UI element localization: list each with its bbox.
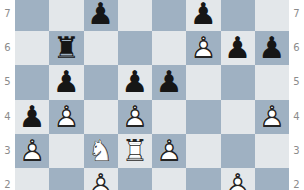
piece-outline-glyph: ♖: [121, 136, 148, 166]
piece-black-rook[interactable]: ♜: [49, 31, 83, 65]
square-g7[interactable]: [221, 0, 255, 31]
piece-white-pawn[interactable]: ♟♙: [15, 134, 49, 168]
square-d3[interactable]: ♜♖: [118, 134, 152, 168]
square-e5[interactable]: ♟: [152, 65, 186, 99]
rank-labels-left: 765432: [0, 0, 15, 190]
piece-white-pawn[interactable]: ♟♙: [152, 134, 186, 168]
square-a6[interactable]: [15, 31, 49, 65]
square-d6[interactable]: [118, 31, 152, 65]
square-f2[interactable]: [186, 168, 220, 190]
piece-black-pawn[interactable]: ♟: [15, 100, 49, 134]
rank-label-right-5: 5: [289, 76, 304, 88]
square-d2[interactable]: [118, 168, 152, 190]
square-d5[interactable]: ♟: [118, 65, 152, 99]
square-a4[interactable]: ♟: [15, 100, 49, 134]
rank-label-left-4: 4: [0, 111, 15, 123]
piece-fill-glyph: ♟: [87, 0, 114, 29]
square-g6[interactable]: ♟: [221, 31, 255, 65]
piece-black-pawn[interactable]: ♟: [255, 31, 289, 65]
square-g2[interactable]: ♟♙: [221, 168, 255, 190]
rank-label-left-3: 3: [0, 145, 15, 157]
square-b4[interactable]: ♟♙: [49, 100, 83, 134]
square-h5[interactable]: [255, 65, 289, 99]
square-c4[interactable]: [84, 100, 118, 134]
square-c2[interactable]: ♟♙: [84, 168, 118, 190]
rank-label-right-4: 4: [289, 111, 304, 123]
square-f5[interactable]: [186, 65, 220, 99]
piece-black-pawn[interactable]: ♟: [221, 31, 255, 65]
piece-white-pawn[interactable]: ♟♙: [84, 168, 118, 190]
square-e4[interactable]: [152, 100, 186, 134]
rank-label-left-2: 2: [0, 179, 15, 190]
piece-white-rook[interactable]: ♜♖: [118, 134, 152, 168]
piece-outline-glyph: ♙: [258, 102, 285, 132]
square-a3[interactable]: ♟♙: [15, 134, 49, 168]
piece-white-knight[interactable]: ♞♘: [84, 134, 118, 168]
piece-outline-glyph: ♙: [121, 102, 148, 132]
square-f6[interactable]: ♟♙: [186, 31, 220, 65]
piece-outline-glyph: ♙: [190, 33, 217, 63]
square-e3[interactable]: ♟♙: [152, 134, 186, 168]
rank-label-left-7: 7: [0, 8, 15, 20]
piece-white-pawn[interactable]: ♟♙: [49, 100, 83, 134]
piece-outline-glyph: ♙: [53, 102, 80, 132]
rank-label-left-5: 5: [0, 76, 15, 88]
piece-fill-glyph: ♟: [53, 67, 80, 97]
square-a7[interactable]: [15, 0, 49, 31]
square-a5[interactable]: [15, 65, 49, 99]
square-c6[interactable]: [84, 31, 118, 65]
square-h7[interactable]: [255, 0, 289, 31]
square-g3[interactable]: [221, 134, 255, 168]
square-b2[interactable]: [49, 168, 83, 190]
piece-outline-glyph: ♙: [87, 170, 114, 190]
piece-fill-glyph: ♟: [156, 67, 183, 97]
square-h2[interactable]: [255, 168, 289, 190]
square-f4[interactable]: [186, 100, 220, 134]
square-h3[interactable]: [255, 134, 289, 168]
piece-fill-glyph: ♟: [224, 33, 251, 63]
square-a2[interactable]: [15, 168, 49, 190]
square-c5[interactable]: [84, 65, 118, 99]
square-e6[interactable]: [152, 31, 186, 65]
piece-white-pawn[interactable]: ♟♙: [255, 100, 289, 134]
piece-outline-glyph: ♙: [19, 136, 46, 166]
square-d7[interactable]: [118, 0, 152, 31]
square-h4[interactable]: ♟♙: [255, 100, 289, 134]
piece-black-pawn[interactable]: ♟: [118, 65, 152, 99]
chess-diagram: ♟♟♜♟♙♟♟♟♟♟♟♟♙♟♙♟♙♟♙♞♘♜♖♟♙♟♙♟♙ 765432 765…: [0, 0, 304, 190]
piece-black-pawn[interactable]: ♟: [84, 0, 118, 31]
piece-black-pawn[interactable]: ♟: [49, 65, 83, 99]
square-g4[interactable]: [221, 100, 255, 134]
piece-white-pawn[interactable]: ♟♙: [118, 100, 152, 134]
square-b6[interactable]: ♜: [49, 31, 83, 65]
rank-label-right-2: 2: [289, 179, 304, 190]
chess-board: ♟♟♜♟♙♟♟♟♟♟♟♟♙♟♙♟♙♟♙♞♘♜♖♟♙♟♙♟♙: [15, 0, 289, 190]
square-h6[interactable]: ♟: [255, 31, 289, 65]
piece-fill-glyph: ♜: [53, 33, 80, 63]
piece-fill-glyph: ♟: [121, 67, 148, 97]
square-f7[interactable]: ♟: [186, 0, 220, 31]
rank-label-right-6: 6: [289, 42, 304, 54]
square-b7[interactable]: [49, 0, 83, 31]
rank-label-right-3: 3: [289, 145, 304, 157]
piece-outline-glyph: ♙: [156, 136, 183, 166]
rank-label-right-7: 7: [289, 8, 304, 20]
square-g5[interactable]: [221, 65, 255, 99]
piece-white-pawn[interactable]: ♟♙: [221, 168, 255, 190]
square-d4[interactable]: ♟♙: [118, 100, 152, 134]
piece-black-pawn[interactable]: ♟: [186, 0, 220, 31]
piece-fill-glyph: ♟: [258, 33, 285, 63]
piece-outline-glyph: ♘: [87, 136, 114, 166]
piece-fill-glyph: ♟: [190, 0, 217, 29]
square-e2[interactable]: [152, 168, 186, 190]
square-b5[interactable]: ♟: [49, 65, 83, 99]
piece-black-pawn[interactable]: ♟: [152, 65, 186, 99]
square-c7[interactable]: ♟: [84, 0, 118, 31]
rank-labels-right: 765432: [289, 0, 304, 190]
square-c3[interactable]: ♞♘: [84, 134, 118, 168]
piece-fill-glyph: ♟: [19, 102, 46, 132]
piece-outline-glyph: ♙: [224, 170, 251, 190]
square-e7[interactable]: [152, 0, 186, 31]
square-b3[interactable]: [49, 134, 83, 168]
square-f3[interactable]: [186, 134, 220, 168]
rank-label-left-6: 6: [0, 42, 15, 54]
piece-white-pawn[interactable]: ♟♙: [186, 31, 220, 65]
